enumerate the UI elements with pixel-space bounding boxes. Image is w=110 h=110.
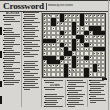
- clue-text-line-block: [23, 22, 41, 25]
- page-edge-mark: [0, 51, 2, 58]
- clue-text-line-block: [3, 58, 21, 61]
- clue-text-line-block: [3, 44, 21, 47]
- clue-text-line-block: [3, 15, 21, 18]
- clue-number-mark: [69, 57, 70, 58]
- clue-number-mark: [77, 15, 78, 16]
- clue-number-mark: [77, 28, 78, 29]
- clue-number-mark: [44, 36, 45, 37]
- clue-text-line-block: [23, 44, 41, 49]
- clue-number-mark: [94, 15, 95, 16]
- clue-number-mark: [77, 57, 78, 58]
- down-header-text: DOWN: [50, 84, 60, 87]
- clue-number-mark: [61, 49, 62, 50]
- clue-text-line-block: [23, 50, 41, 53]
- column-rule: [87, 80, 88, 107]
- clue-number-mark: [57, 65, 58, 66]
- clue-text-line-block: [89, 98, 107, 103]
- down-header: DOWN: [44, 84, 64, 88]
- down-clue-column-1: DOWN: [44, 80, 64, 108]
- page-title: Crossword: [3, 1, 44, 11]
- clue-number-mark: [65, 32, 66, 33]
- clue-text-line-block: [67, 86, 86, 89]
- column-rule: [65, 80, 66, 107]
- clue-number-mark: [44, 19, 45, 20]
- clue-text-line-block: [3, 19, 21, 24]
- clue-text-line-block: [67, 90, 86, 93]
- clue-number-mark: [44, 15, 45, 16]
- edited-by-text: Edited by Will Shortz: [48, 4, 73, 7]
- clue-number-mark: [44, 65, 45, 66]
- clue-number-mark: [98, 65, 99, 66]
- clue-text-line-block: [44, 106, 64, 108]
- clue-number-mark: [86, 15, 87, 16]
- clue-text-line-block: [3, 52, 21, 57]
- page-edge-mark: [0, 81, 2, 87]
- clue-number-mark: [90, 32, 91, 33]
- clue-text-line-block: [3, 72, 21, 75]
- clue-text-line-block: [89, 90, 107, 93]
- clue-number-mark: [90, 15, 91, 16]
- page-edge-mark: [0, 27, 2, 35]
- page-edge-mark: [0, 96, 2, 104]
- clue-number-mark: [77, 40, 78, 41]
- across-header-text: ACROSS: [6, 12, 19, 15]
- clue-number-mark: [82, 28, 83, 29]
- clue-number-mark: [44, 28, 45, 29]
- clue-number-mark: [82, 44, 83, 45]
- clue-text-line-block: [44, 87, 64, 90]
- clue-number-mark: [44, 70, 45, 71]
- clue-text-line-block: [23, 30, 41, 35]
- clue-number-mark: [102, 36, 103, 37]
- clue-number-mark: [77, 65, 78, 66]
- crossword-grid[interactable]: [42, 13, 106, 78]
- clue-number-mark: [49, 44, 50, 45]
- clue-number-mark: [53, 65, 54, 66]
- clue-number-mark: [61, 61, 62, 62]
- clue-number-mark: [86, 40, 87, 41]
- clue-number-mark: [44, 32, 45, 33]
- clue-number-mark: [77, 49, 78, 50]
- clue-number-mark: [94, 53, 95, 54]
- clue-number-mark: [86, 36, 87, 37]
- across-header: ACROSS: [3, 12, 21, 16]
- clue-number-mark: [77, 61, 78, 62]
- clue-text-line-block: [44, 102, 64, 105]
- clue-text-line-block: [23, 26, 41, 29]
- clue-number-mark: [49, 15, 50, 16]
- clue-number-mark: [98, 70, 99, 71]
- clue-number-mark: [44, 74, 45, 75]
- clue-number-mark: [65, 15, 66, 16]
- clue-number-mark: [102, 15, 103, 16]
- clue-text-line-block: [3, 30, 21, 33]
- clue-text-line-block: [44, 96, 64, 101]
- clue-text-line-block: [3, 40, 21, 43]
- clue-number-mark: [73, 70, 74, 71]
- down-clue-column-3: [89, 80, 107, 108]
- clue-text-line-block: [23, 73, 41, 76]
- clue-number-mark: [73, 53, 74, 54]
- clue-number-mark: [61, 23, 62, 24]
- clue-text-line-block: [23, 87, 41, 90]
- clue-number-mark: [65, 57, 66, 58]
- clue-text-line-block: [67, 100, 86, 103]
- clue-number-mark: [69, 70, 70, 71]
- clue-number-mark: [73, 15, 74, 16]
- clue-number-mark: [61, 36, 62, 37]
- clue-text-line-block: [3, 80, 21, 85]
- clue-text-line-block: [67, 80, 86, 85]
- clue-text-line-block: [3, 76, 21, 79]
- clue-text-line-block: [23, 18, 41, 21]
- clue-number-mark: [53, 44, 54, 45]
- clue-text-line-block: [23, 77, 41, 82]
- clue-number-mark: [102, 53, 103, 54]
- clue-number-mark: [49, 65, 50, 66]
- clue-number-mark: [69, 74, 70, 75]
- newspaper-crossword-page: Crossword Edited by Will Shortz ACROSS D…: [0, 0, 110, 110]
- clue-number-mark: [53, 28, 54, 29]
- clue-text-line-block: [23, 65, 41, 68]
- clue-number-mark: [57, 15, 58, 16]
- clue-number-mark: [57, 40, 58, 41]
- clue-number-mark: [98, 36, 99, 37]
- clue-number-mark: [44, 53, 45, 54]
- clue-text-line-block: [23, 54, 41, 57]
- clue-text-line-block: [23, 59, 41, 64]
- clue-number-mark: [57, 23, 58, 24]
- clue-number-mark: [69, 15, 70, 16]
- clue-number-mark: [77, 44, 78, 45]
- across-clue-column-2: [23, 12, 41, 108]
- clue-number-mark: [94, 36, 95, 37]
- clue-text-line-block: [3, 62, 21, 65]
- clue-text-line-block: [44, 80, 64, 83]
- clue-text-line-block: [3, 34, 21, 39]
- clue-number-mark: [98, 53, 99, 54]
- clue-text-line-block: [3, 26, 21, 29]
- clue-text-line-block: [89, 94, 107, 97]
- header-divider: [46, 3, 47, 10]
- clue-number-mark: [44, 44, 45, 45]
- column-rule: [108, 0, 109, 110]
- clue-number-mark: [77, 32, 78, 33]
- clue-text-line-block: [23, 69, 41, 72]
- clue-text-line-block: [3, 66, 21, 71]
- clue-text-line-block: [23, 12, 41, 17]
- clue-text-line-block: [89, 80, 107, 83]
- column-rule: [21, 12, 22, 107]
- clue-text-line-block: [23, 83, 41, 86]
- clue-number-mark: [86, 61, 87, 62]
- clue-number-mark: [86, 23, 87, 24]
- clue-number-mark: [90, 74, 91, 75]
- clue-text-line-block: [44, 92, 64, 95]
- clue-number-mark: [86, 49, 87, 50]
- edited-by-label: Edited by Will Shortz: [48, 4, 108, 9]
- clue-number-mark: [44, 49, 45, 50]
- down-clue-column-2: [67, 80, 86, 108]
- clue-text-line-block: [23, 40, 41, 43]
- clue-number-mark: [44, 61, 45, 62]
- clue-number-mark: [98, 15, 99, 16]
- clue-text-line-block: [67, 94, 86, 99]
- clue-number-mark: [90, 44, 91, 45]
- grid-cell[interactable]: [101, 72, 105, 76]
- clue-number-mark: [90, 57, 91, 58]
- clue-number-mark: [44, 23, 45, 24]
- clue-text-line-block: [67, 104, 86, 107]
- clue-text-line-block: [3, 48, 21, 51]
- clue-text-line-block: [23, 36, 41, 39]
- across-clue-column-1: ACROSS: [3, 12, 21, 107]
- clue-text-line-block: [89, 84, 107, 89]
- clue-number-mark: [65, 44, 66, 45]
- clue-number-mark: [65, 19, 66, 20]
- clue-number-mark: [86, 19, 87, 20]
